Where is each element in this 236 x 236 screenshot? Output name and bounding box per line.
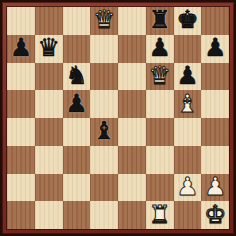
square-g5[interactable]: ♝ — [174, 90, 202, 118]
square-b3[interactable] — [35, 146, 63, 174]
square-e7[interactable] — [118, 35, 146, 63]
black-pawn[interactable]: ♟ — [148, 35, 170, 60]
square-b5[interactable] — [35, 90, 63, 118]
square-f8[interactable]: ♜ — [146, 7, 174, 35]
square-g1[interactable] — [174, 201, 202, 229]
square-c6[interactable]: ♞ — [63, 63, 91, 91]
square-a5[interactable] — [7, 90, 35, 118]
square-a8[interactable] — [7, 7, 35, 35]
square-f1[interactable]: ♜ — [146, 201, 174, 229]
square-h3[interactable] — [201, 146, 229, 174]
square-f6[interactable]: ♛ — [146, 63, 174, 91]
square-h4[interactable] — [201, 118, 229, 146]
white-rook[interactable]: ♜ — [148, 202, 170, 227]
black-bishop[interactable]: ♝ — [93, 118, 115, 143]
square-h6[interactable] — [201, 63, 229, 91]
square-c2[interactable] — [63, 174, 91, 202]
square-d1[interactable] — [90, 201, 118, 229]
square-f2[interactable] — [146, 174, 174, 202]
chess-board[interactable]: ♛♜♚♟♛♟♟♞♛♟♟♝♝♟♟♜♚ — [7, 7, 229, 229]
square-e5[interactable] — [118, 90, 146, 118]
square-c5[interactable]: ♟ — [63, 90, 91, 118]
chess-diagram: ♛♜♚♟♛♟♟♞♛♟♟♝♝♟♟♜♚ — [0, 0, 236, 236]
square-b7[interactable]: ♛ — [35, 35, 63, 63]
black-pawn[interactable]: ♟ — [10, 35, 32, 60]
square-g6[interactable]: ♟ — [174, 63, 202, 91]
white-bishop[interactable]: ♝ — [176, 91, 198, 116]
square-b4[interactable] — [35, 118, 63, 146]
square-g7[interactable] — [174, 35, 202, 63]
square-e4[interactable] — [118, 118, 146, 146]
square-e8[interactable] — [118, 7, 146, 35]
square-h8[interactable] — [201, 7, 229, 35]
square-a4[interactable] — [7, 118, 35, 146]
square-a1[interactable] — [7, 201, 35, 229]
square-e3[interactable] — [118, 146, 146, 174]
square-h1[interactable]: ♚ — [201, 201, 229, 229]
square-b8[interactable] — [35, 7, 63, 35]
square-g3[interactable] — [174, 146, 202, 174]
square-g8[interactable]: ♚ — [174, 7, 202, 35]
square-c1[interactable] — [63, 201, 91, 229]
black-queen[interactable]: ♛ — [37, 35, 59, 60]
square-d3[interactable] — [90, 146, 118, 174]
square-f7[interactable]: ♟ — [146, 35, 174, 63]
square-d5[interactable] — [90, 90, 118, 118]
white-pawn[interactable]: ♟ — [176, 174, 198, 199]
black-rook[interactable]: ♜ — [148, 7, 170, 32]
square-e6[interactable] — [118, 63, 146, 91]
square-g4[interactable] — [174, 118, 202, 146]
square-c7[interactable] — [63, 35, 91, 63]
white-queen[interactable]: ♛ — [148, 63, 170, 88]
square-b6[interactable] — [35, 63, 63, 91]
board-frame: ♛♜♚♟♛♟♟♞♛♟♟♝♝♟♟♜♚ — [0, 0, 236, 236]
black-pawn[interactable]: ♟ — [65, 91, 87, 116]
square-h2[interactable]: ♟ — [201, 174, 229, 202]
square-g2[interactable]: ♟ — [174, 174, 202, 202]
black-knight[interactable]: ♞ — [65, 63, 87, 88]
square-e1[interactable] — [118, 201, 146, 229]
square-d6[interactable] — [90, 63, 118, 91]
square-e2[interactable] — [118, 174, 146, 202]
square-h7[interactable]: ♟ — [201, 35, 229, 63]
white-pawn[interactable]: ♟ — [204, 174, 226, 199]
square-c8[interactable] — [63, 7, 91, 35]
square-d7[interactable] — [90, 35, 118, 63]
square-a3[interactable] — [7, 146, 35, 174]
square-a2[interactable] — [7, 174, 35, 202]
square-f5[interactable] — [146, 90, 174, 118]
black-pawn[interactable]: ♟ — [176, 63, 198, 88]
square-a6[interactable] — [7, 63, 35, 91]
square-b2[interactable] — [35, 174, 63, 202]
square-d4[interactable]: ♝ — [90, 118, 118, 146]
black-pawn[interactable]: ♟ — [204, 35, 226, 60]
square-f3[interactable] — [146, 146, 174, 174]
square-h5[interactable] — [201, 90, 229, 118]
square-a7[interactable]: ♟ — [7, 35, 35, 63]
square-c4[interactable] — [63, 118, 91, 146]
square-f4[interactable] — [146, 118, 174, 146]
square-b1[interactable] — [35, 201, 63, 229]
square-c3[interactable] — [63, 146, 91, 174]
square-d8[interactable]: ♛ — [90, 7, 118, 35]
white-king[interactable]: ♚ — [204, 202, 226, 227]
black-king[interactable]: ♚ — [176, 7, 198, 32]
white-queen[interactable]: ♛ — [93, 7, 115, 32]
square-d2[interactable] — [90, 174, 118, 202]
